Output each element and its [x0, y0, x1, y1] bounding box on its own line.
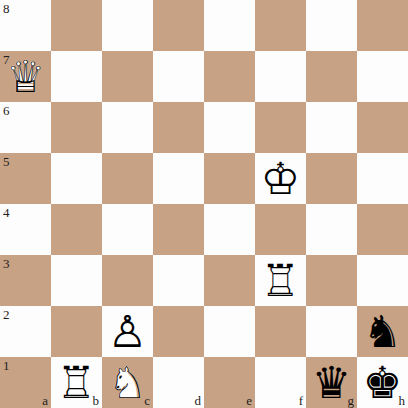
piece-outline: ♘: [108, 361, 147, 405]
piece-outline: ♖: [57, 361, 96, 405]
square-d7[interactable]: [153, 51, 204, 102]
rank-label-1: 1: [3, 359, 10, 372]
square-c1[interactable]: c♞♘: [102, 357, 153, 408]
square-f6[interactable]: [255, 102, 306, 153]
black-queen[interactable]: ♛: [306, 357, 357, 408]
square-b4[interactable]: [51, 204, 102, 255]
square-d5[interactable]: [153, 153, 204, 204]
piece-outline: ♔: [261, 157, 300, 201]
square-d4[interactable]: [153, 204, 204, 255]
square-g2[interactable]: [306, 306, 357, 357]
square-f5[interactable]: ♚♔: [255, 153, 306, 204]
square-a8[interactable]: 8: [0, 0, 51, 51]
black-knight[interactable]: ♞: [357, 306, 408, 357]
square-g1[interactable]: g♛: [306, 357, 357, 408]
square-b8[interactable]: [51, 0, 102, 51]
white-rook[interactable]: ♜♖: [51, 357, 102, 408]
file-label-f: f: [299, 394, 303, 407]
square-h5[interactable]: [357, 153, 408, 204]
square-f2[interactable]: [255, 306, 306, 357]
piece-solid: ♛: [312, 361, 351, 405]
square-d3[interactable]: [153, 255, 204, 306]
file-label-e: e: [246, 394, 252, 407]
square-a1[interactable]: 1a: [0, 357, 51, 408]
square-c8[interactable]: [102, 0, 153, 51]
black-king[interactable]: ♚: [357, 357, 408, 408]
square-a3[interactable]: 3: [0, 255, 51, 306]
chess-board: 87♛♕65♚♔43♜♖2♟♙♞1ab♜♖c♞♘defg♛h♚: [0, 0, 408, 408]
piece-outline: ♙: [108, 310, 147, 354]
square-a7[interactable]: 7♛♕: [0, 51, 51, 102]
square-c3[interactable]: [102, 255, 153, 306]
white-knight[interactable]: ♞♘: [102, 357, 153, 408]
square-e8[interactable]: [204, 0, 255, 51]
white-queen[interactable]: ♛♕: [0, 51, 51, 102]
square-a4[interactable]: 4: [0, 204, 51, 255]
square-d8[interactable]: [153, 0, 204, 51]
white-rook[interactable]: ♜♖: [255, 255, 306, 306]
square-a2[interactable]: 2: [0, 306, 51, 357]
square-c5[interactable]: [102, 153, 153, 204]
square-h4[interactable]: [357, 204, 408, 255]
square-f7[interactable]: [255, 51, 306, 102]
square-b1[interactable]: b♜♖: [51, 357, 102, 408]
square-e3[interactable]: [204, 255, 255, 306]
square-h2[interactable]: ♞: [357, 306, 408, 357]
square-g7[interactable]: [306, 51, 357, 102]
piece-solid: ♞: [363, 310, 402, 354]
piece-outline: ♖: [261, 259, 300, 303]
square-b6[interactable]: [51, 102, 102, 153]
square-g8[interactable]: [306, 0, 357, 51]
piece-outline: ♕: [6, 55, 45, 99]
rank-label-8: 8: [3, 2, 10, 15]
square-f1[interactable]: f: [255, 357, 306, 408]
square-h1[interactable]: h♚: [357, 357, 408, 408]
square-e6[interactable]: [204, 102, 255, 153]
rank-label-2: 2: [3, 308, 10, 321]
square-e5[interactable]: [204, 153, 255, 204]
square-h8[interactable]: [357, 0, 408, 51]
square-e1[interactable]: e: [204, 357, 255, 408]
square-a5[interactable]: 5: [0, 153, 51, 204]
square-e4[interactable]: [204, 204, 255, 255]
square-h3[interactable]: [357, 255, 408, 306]
square-h6[interactable]: [357, 102, 408, 153]
file-label-a: a: [42, 394, 48, 407]
white-pawn[interactable]: ♟♙: [102, 306, 153, 357]
file-label-d: d: [195, 394, 202, 407]
square-g5[interactable]: [306, 153, 357, 204]
square-g4[interactable]: [306, 204, 357, 255]
square-b2[interactable]: [51, 306, 102, 357]
square-b7[interactable]: [51, 51, 102, 102]
square-d1[interactable]: d: [153, 357, 204, 408]
square-c6[interactable]: [102, 102, 153, 153]
square-c2[interactable]: ♟♙: [102, 306, 153, 357]
square-b5[interactable]: [51, 153, 102, 204]
rank-label-6: 6: [3, 104, 10, 117]
rank-label-3: 3: [3, 257, 10, 270]
square-b3[interactable]: [51, 255, 102, 306]
square-f8[interactable]: [255, 0, 306, 51]
square-e7[interactable]: [204, 51, 255, 102]
square-g3[interactable]: [306, 255, 357, 306]
rank-label-5: 5: [3, 155, 10, 168]
rank-label-4: 4: [3, 206, 10, 219]
square-f3[interactable]: ♜♖: [255, 255, 306, 306]
square-f4[interactable]: [255, 204, 306, 255]
square-g6[interactable]: [306, 102, 357, 153]
piece-solid: ♚: [363, 361, 402, 405]
square-c7[interactable]: [102, 51, 153, 102]
white-king[interactable]: ♚♔: [255, 153, 306, 204]
square-c4[interactable]: [102, 204, 153, 255]
square-h7[interactable]: [357, 51, 408, 102]
square-a6[interactable]: 6: [0, 102, 51, 153]
square-e2[interactable]: [204, 306, 255, 357]
square-d2[interactable]: [153, 306, 204, 357]
square-d6[interactable]: [153, 102, 204, 153]
